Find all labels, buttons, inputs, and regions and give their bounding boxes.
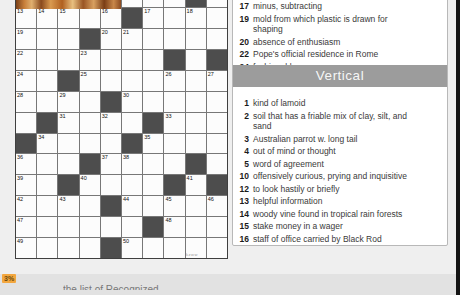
grid-cell[interactable] [58, 217, 78, 237]
grid-cell[interactable]: 30 [122, 92, 142, 112]
grid-cell[interactable]: 13 [16, 8, 36, 28]
cell-number: 34 [38, 134, 44, 141]
grid-cell[interactable] [207, 154, 227, 174]
grid-cell[interactable]: 25 [80, 71, 100, 91]
clue-number: 22 [237, 49, 249, 60]
grid-cell[interactable]: 38 [122, 154, 142, 174]
cell-number: 19 [17, 29, 23, 36]
grid-cell[interactable] [80, 134, 100, 154]
clue-text: staff of office carried by Black Rod [253, 234, 382, 245]
grid-cell[interactable] [207, 0, 227, 7]
puzzle-photo [16, 0, 121, 9]
grid-cell[interactable] [37, 196, 57, 216]
cell-number: 48 [165, 217, 171, 224]
block-cell [122, 8, 142, 28]
grid-cell[interactable] [143, 92, 163, 112]
grid-cell[interactable]: 17 [143, 8, 163, 28]
block-cell [80, 154, 100, 174]
cell-number: 39 [17, 175, 23, 182]
grid-cell[interactable] [164, 0, 184, 7]
cell-number: 17 [144, 8, 150, 15]
grid-cell[interactable] [143, 0, 163, 7]
block-cell [164, 175, 184, 195]
grid-cell[interactable] [122, 50, 142, 70]
cell-number: 32 [102, 113, 108, 120]
cell-number: 49 [17, 238, 23, 245]
grid-cell[interactable]: 48 [164, 217, 184, 237]
block-cell [101, 196, 121, 216]
clue-text: offensively curious, prying and inquisit… [253, 171, 407, 182]
clue-number: 3 [237, 134, 249, 145]
cell-number: 47 [17, 217, 23, 224]
grid-cell[interactable]: 15 [58, 8, 78, 28]
block-cell [186, 154, 206, 174]
clue-text: out of mind or thought [253, 146, 336, 157]
grid-cell[interactable]: 42 [16, 196, 36, 216]
clue-item[interactable]: 16staff of office carried by Black Rod [237, 234, 439, 245]
grid-cell[interactable] [58, 134, 78, 154]
grid-cell[interactable]: 33 [164, 113, 184, 133]
grid-cell[interactable] [143, 196, 163, 216]
grid-cell[interactable] [207, 217, 227, 237]
grid-cell[interactable] [58, 154, 78, 174]
grid-cell[interactable] [101, 50, 121, 70]
cell-number: 33 [165, 113, 171, 120]
clue-text: Pope's official residence in Rome [253, 49, 378, 60]
cell-number: 30 [123, 92, 129, 99]
cell-number: 22 [17, 50, 23, 57]
screen-edge-bar [456, 0, 460, 295]
grid-cell[interactable] [143, 154, 163, 174]
cell-number: 43 [59, 196, 65, 203]
block-cell [101, 238, 121, 258]
grid-cell[interactable] [164, 8, 184, 28]
grid-cell[interactable]: 16 [101, 8, 121, 28]
clue-number: 5 [237, 159, 249, 170]
cell-number: 45 [165, 196, 171, 203]
grid-cell[interactable] [101, 134, 121, 154]
block-cell [101, 92, 121, 112]
footer-clipped-text: the list of Recognized [63, 284, 159, 290]
grid-cell[interactable]: 44 [122, 196, 142, 216]
block-cell [16, 134, 36, 154]
grid-cell[interactable] [207, 134, 227, 154]
clue-number: 20 [237, 37, 249, 48]
clue-text: mold from which plastic is drawn for sha… [253, 14, 388, 35]
cell-number: 37 [102, 154, 108, 161]
clue-number: 17 [237, 1, 249, 12]
grid-cell[interactable]: 34 [37, 134, 57, 154]
clue-number: 10 [237, 171, 249, 182]
grid-cell[interactable]: 24 [16, 71, 36, 91]
grid-cell[interactable] [80, 113, 100, 133]
grid-cell[interactable] [80, 8, 100, 28]
grid-cell[interactable]: 40 [80, 175, 100, 195]
block-cell [207, 50, 227, 70]
cell-number: 16 [102, 8, 108, 15]
cell-number: 29 [59, 92, 65, 99]
clue-number: 14 [237, 209, 249, 220]
grid-cell[interactable] [58, 50, 78, 70]
cell-number: 15 [59, 8, 65, 15]
grid-cell[interactable] [186, 29, 206, 49]
clue-item[interactable]: 13helpful information [237, 196, 439, 207]
cell-number: 42 [17, 196, 23, 203]
grid-cell[interactable] [207, 8, 227, 28]
grid-cell[interactable]: 50 [122, 238, 142, 258]
clue-item[interactable]: 15stake money in a wager [237, 221, 439, 232]
grid-cell[interactable] [37, 92, 57, 112]
grid-cell[interactable]: 35 [143, 134, 163, 154]
clue-item[interactable]: 1kind of lamoid [237, 98, 439, 109]
grid-cell[interactable] [207, 29, 227, 49]
block-cell [58, 71, 78, 91]
cell-number: 40 [81, 175, 87, 182]
grid-cell[interactable] [101, 175, 121, 195]
grid-cell[interactable] [143, 29, 163, 49]
block-cell [143, 217, 163, 237]
grid-cell[interactable] [207, 92, 227, 112]
clue-number: 19 [237, 14, 249, 35]
grid-cell[interactable] [37, 217, 57, 237]
grid-cell[interactable] [143, 175, 163, 195]
clue-number: 12 [237, 184, 249, 195]
across-clues-list: 17minus, subtracting19mold from which pl… [237, 1, 439, 72]
grid-cell[interactable] [207, 238, 227, 258]
cell-number: 31 [59, 113, 65, 120]
clue-item[interactable]: 5word of agreement [237, 159, 439, 170]
grid-cell[interactable] [186, 92, 206, 112]
grid-cell[interactable] [80, 92, 100, 112]
grid-cell[interactable] [80, 196, 100, 216]
grid-cell[interactable] [37, 154, 57, 174]
block-cell [80, 29, 100, 49]
grid-cell[interactable]: 46 [207, 196, 227, 216]
block-cell [186, 0, 206, 7]
clue-text: Australian parrot w. long tail [253, 134, 357, 145]
grid-cell[interactable]: 18 [186, 8, 206, 28]
clue-text: helpful information [253, 196, 322, 207]
grid-cell[interactable] [80, 238, 100, 258]
grid-cell[interactable]: 20 [101, 29, 121, 49]
grid-cell[interactable]: 28 [16, 92, 36, 112]
cell-number: 20 [102, 29, 108, 36]
cell-number: 21 [123, 29, 129, 36]
clue-text: minus, subtracting [253, 1, 322, 12]
cell-number: 18 [187, 8, 193, 15]
cell-number: 46 [208, 196, 214, 203]
grid-cell[interactable]: 22 [16, 50, 36, 70]
grid-cell[interactable] [37, 50, 57, 70]
grid-cell[interactable] [58, 238, 78, 258]
crossword-grid[interactable]: kzww 13141516171819202122232425262728293… [15, 0, 228, 259]
cell-number: 44 [123, 196, 129, 203]
cell-number: 35 [144, 134, 150, 141]
grid-cell[interactable] [164, 134, 184, 154]
grid-cell[interactable] [186, 134, 206, 154]
grid-cell[interactable]: 36 [16, 154, 36, 174]
grid-cell[interactable] [122, 71, 142, 91]
cell-number: 50 [123, 238, 129, 245]
cell-number: 27 [208, 71, 214, 78]
clue-text: stake money in a wager [253, 221, 343, 232]
cell-number: 28 [17, 92, 23, 99]
cell-number: 26 [165, 71, 171, 78]
grid-cell[interactable] [143, 71, 163, 91]
grid-cell[interactable] [207, 113, 227, 133]
cell-number: 23 [81, 50, 87, 57]
grid-cell[interactable] [37, 238, 57, 258]
grid-cell[interactable] [37, 175, 57, 195]
grid-cell[interactable]: 32 [101, 113, 121, 133]
grid-cell[interactable]: 23 [80, 50, 100, 70]
grid-cell[interactable] [143, 238, 163, 258]
grid-cell[interactable] [186, 196, 206, 216]
block-cell [164, 50, 184, 70]
clue-item[interactable]: 3Australian parrot w. long tail [237, 134, 439, 145]
grid-cell[interactable]: 27 [207, 71, 227, 91]
clue-item[interactable]: 17minus, subtracting [237, 1, 439, 12]
grid-cell[interactable]: 49 [16, 238, 36, 258]
grid-cell[interactable] [16, 113, 36, 133]
block-cell [37, 113, 57, 133]
grid-cell[interactable] [164, 92, 184, 112]
grid-cell[interactable]: 45 [164, 196, 184, 216]
clue-text: soil that has a friable mix of clay, sil… [253, 111, 407, 132]
grid-cell[interactable] [122, 113, 142, 133]
cell-number: 13 [17, 8, 23, 15]
clue-text: woody vine found in tropical rain forest… [253, 209, 402, 220]
grid-cell[interactable] [186, 217, 206, 237]
grid-cell[interactable] [58, 29, 78, 49]
grid-cell[interactable]: 29 [58, 92, 78, 112]
cell-number: 38 [123, 154, 129, 161]
clue-number: 1 [237, 98, 249, 109]
down-clues-list: 1kind of lamoid2soil that has a friable … [237, 98, 439, 246]
clue-item[interactable]: 20absence of enthusiasm [237, 37, 439, 48]
clue-text: word of agreement [253, 159, 324, 170]
block-cell [122, 134, 142, 154]
progress-badge: 3% [2, 274, 16, 283]
block-cell [143, 113, 163, 133]
grid-cell[interactable]: 19 [16, 29, 36, 49]
grid-cell[interactable] [186, 113, 206, 133]
vertical-section-header: Vertical [233, 65, 447, 87]
grid-cell[interactable]: 26 [164, 71, 184, 91]
grid-cell[interactable] [143, 50, 163, 70]
clue-text: kind of lamoid [253, 98, 305, 109]
clue-item[interactable]: 19mold from which plastic is drawn for s… [237, 14, 439, 35]
clue-number: 16 [237, 234, 249, 245]
grid-cell[interactable] [37, 71, 57, 91]
cell-number: 24 [17, 71, 23, 78]
grid-cell[interactable] [122, 217, 142, 237]
grid-cell[interactable]: 37 [101, 154, 121, 174]
clue-number: 15 [237, 221, 249, 232]
cell-number: 36 [17, 154, 23, 161]
clue-number: 2 [237, 111, 249, 132]
grid-cell[interactable] [80, 217, 100, 237]
grid-cell[interactable] [164, 238, 184, 258]
clue-item[interactable]: 2soil that has a friable mix of clay, si… [237, 111, 439, 132]
grid-cell[interactable]: 21 [122, 29, 142, 49]
clue-item[interactable]: 10offensively curious, prying and inquis… [237, 171, 439, 182]
cell-number: 41 [187, 175, 193, 182]
grid-cell[interactable] [186, 50, 206, 70]
clue-item[interactable]: 14woody vine found in tropical rain fore… [237, 209, 439, 220]
clue-item[interactable]: 22Pope's official residence in Rome [237, 49, 439, 60]
grid-cell[interactable] [186, 71, 206, 91]
grid-cell[interactable]: 31 [58, 113, 78, 133]
block-cell [207, 175, 227, 195]
grid-cell[interactable] [164, 154, 184, 174]
cell-number: 14 [38, 8, 44, 15]
grid-cell[interactable] [37, 29, 57, 49]
grid-cell[interactable]: 47 [16, 217, 36, 237]
grid-cell[interactable] [101, 71, 121, 91]
grid-cell[interactable]: 41 [186, 175, 206, 195]
clue-item[interactable]: 4out of mind or thought [237, 146, 439, 157]
grid-cell[interactable]: 43 [58, 196, 78, 216]
clue-text: to look hastily or briefly [253, 184, 339, 195]
watermark: kzww [186, 252, 198, 257]
clue-number: 13 [237, 196, 249, 207]
grid-cell[interactable]: 14 [37, 8, 57, 28]
cell-number: 25 [81, 71, 87, 78]
clues-panel[interactable]: 17minus, subtracting19mold from which pl… [232, 0, 448, 246]
clue-text: absence of enthusiasm [253, 37, 340, 48]
grid-cell[interactable] [122, 175, 142, 195]
grid-cell[interactable]: 39 [16, 175, 36, 195]
grid-cell[interactable] [101, 217, 121, 237]
grid-cell[interactable] [164, 29, 184, 49]
clue-number: 4 [237, 146, 249, 157]
clue-item[interactable]: 12to look hastily or briefly [237, 184, 439, 195]
block-cell [58, 175, 78, 195]
grid-cell[interactable] [122, 0, 142, 7]
